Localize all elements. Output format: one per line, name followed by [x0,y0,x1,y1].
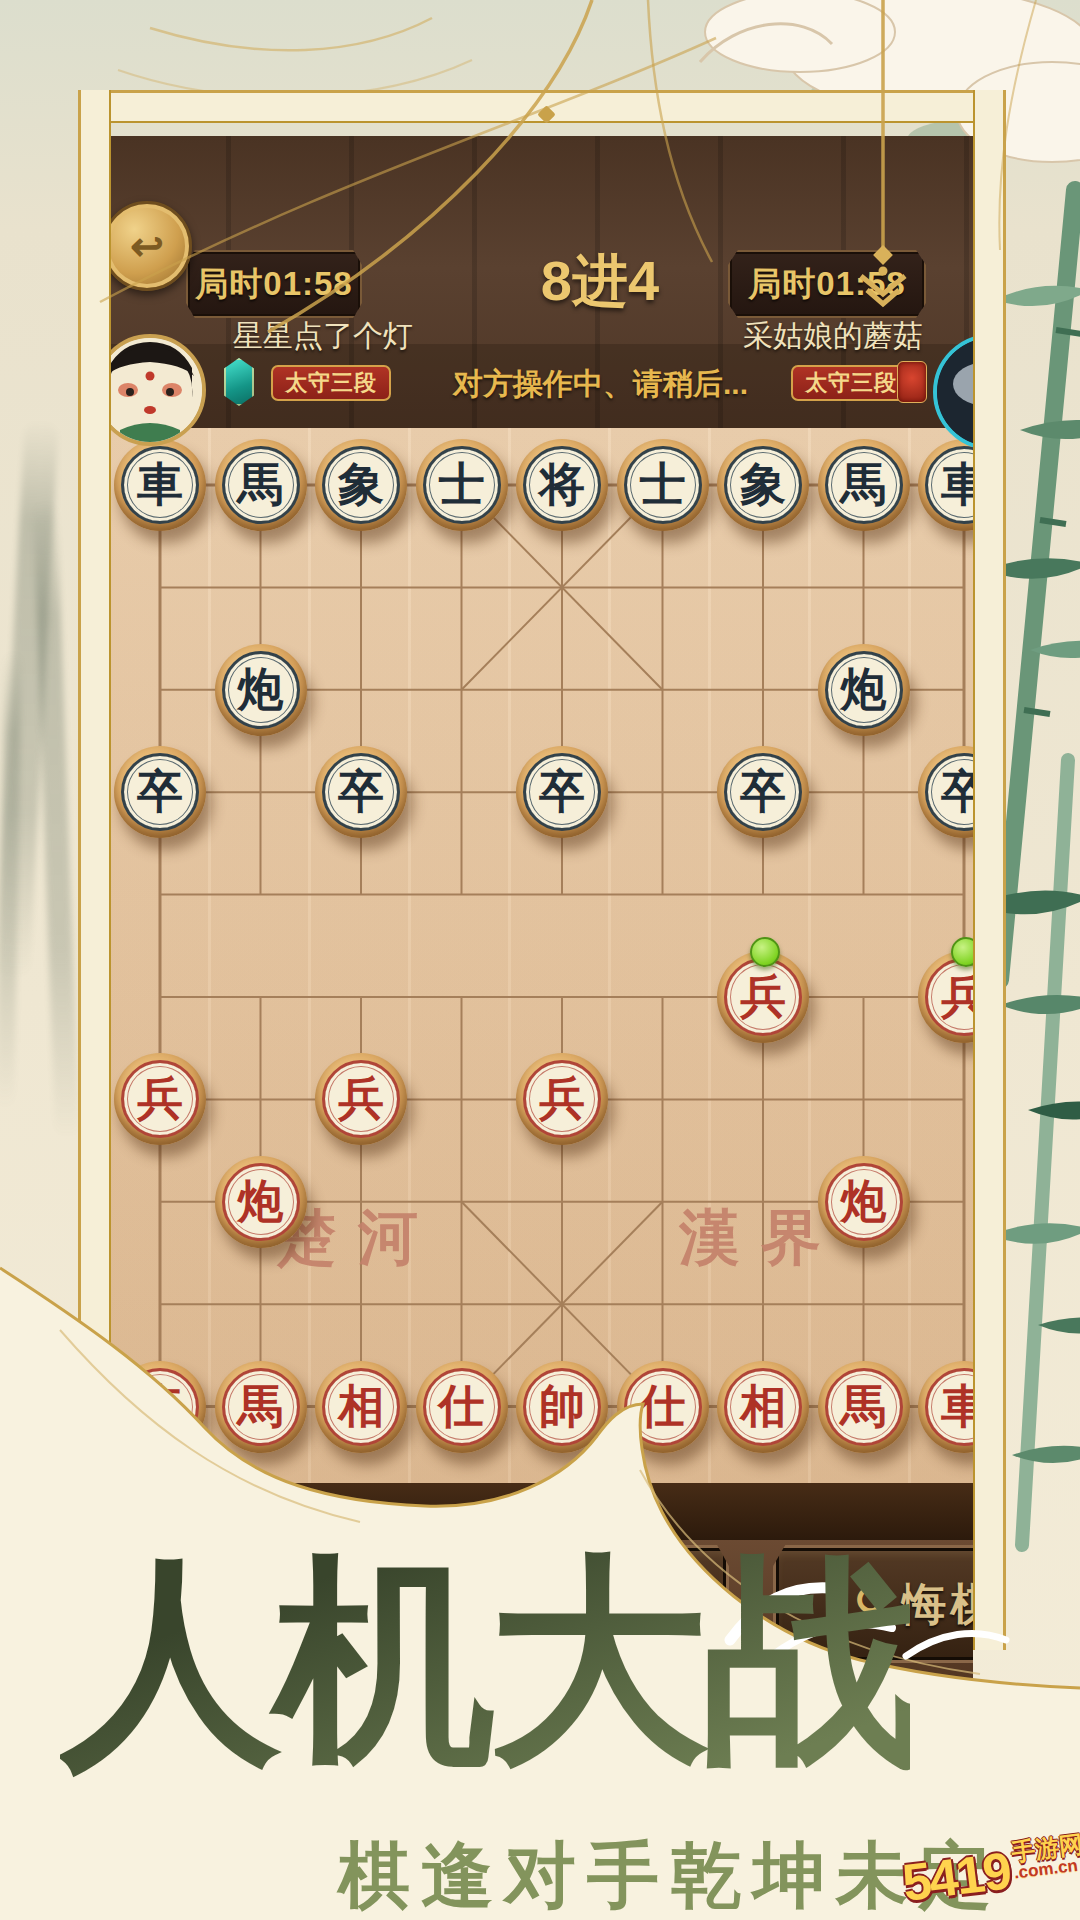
player-right-name: 采姑娘的蘑菇 [743,316,923,357]
piece-glyph: 兵 [121,1060,199,1138]
piece-glyph: 馬 [825,1368,903,1446]
piece-glyph: 車 [925,446,973,524]
piece-glyph: 相 [322,1368,400,1446]
player-left-rank-badge: 太守三段 [271,365,391,401]
piece-red-p[interactable]: 兵 [315,1053,407,1145]
piece-glyph: 仕 [423,1368,501,1446]
frame-right [973,90,1006,1650]
right-timer: 局时01:58 [748,262,905,307]
left-timer: 局时01:58 [195,262,352,307]
opera-face-avatar-image [108,338,202,442]
piece-black-n[interactable]: 馬 [215,439,307,531]
last-move-marker [750,937,780,967]
piece-black-p[interactable]: 卒 [114,746,206,838]
xiangqi-board[interactable]: 楚河 漢界 車馬象士将士象馬車炮炮卒卒卒卒卒兵兵兵兵兵炮炮車馬相仕帥仕相馬車 [108,428,973,1483]
piece-red-n[interactable]: 馬 [818,1361,910,1453]
piece-red-r[interactable]: 車 [114,1361,206,1453]
piece-glyph: 車 [121,1368,199,1446]
back-arrow-icon: ↩ [130,223,164,269]
piece-red-c[interactable]: 炮 [215,1156,307,1248]
piece-black-c[interactable]: 炮 [215,644,307,736]
piece-glyph: 馬 [222,1368,300,1446]
piece-glyph: 炮 [825,651,903,729]
piece-black-n[interactable]: 馬 [818,439,910,531]
frame-left [78,90,111,1650]
match-header: ↩ 局时01:58 8进4 局时01:58 星星点了个灯 采姑娘的蘑菇 [108,136,973,428]
piece-black-p[interactable]: 卒 [315,746,407,838]
piece-glyph: 卒 [523,753,601,831]
piece-black-p[interactable]: 卒 [717,746,809,838]
piece-red-a[interactable]: 仕 [416,1361,508,1453]
round-title: 8进4 [488,244,712,320]
banner-title: 人机大战 [60,1530,910,1796]
piece-red-c[interactable]: 炮 [818,1156,910,1248]
piece-glyph: 卒 [925,753,973,831]
piece-glyph: 象 [322,446,400,524]
piece-glyph: 将 [523,446,601,524]
piece-black-p[interactable]: 卒 [516,746,608,838]
piece-red-p[interactable]: 兵 [114,1053,206,1145]
piece-black-r[interactable]: 車 [114,439,206,531]
last-move-marker [951,937,973,967]
piece-glyph: 炮 [222,1163,300,1241]
piece-glyph: 馬 [222,446,300,524]
right-timer-plaque: 局时01:58 [728,250,926,318]
ink-wash-stroke [33,500,79,1140]
piece-red-n[interactable]: 馬 [215,1361,307,1453]
piece-glyph: 象 [724,446,802,524]
piece-black-c[interactable]: 炮 [818,644,910,736]
piece-red-p[interactable]: 兵 [516,1053,608,1145]
piece-glyph: 兵 [523,1060,601,1138]
piece-glyph: 兵 [925,958,973,1036]
frame-top [78,90,1001,123]
piece-glyph: 卒 [121,753,199,831]
piece-red-k[interactable]: 帥 [516,1361,608,1453]
piece-black-a[interactable]: 士 [416,439,508,531]
piece-black-a[interactable]: 士 [617,439,709,531]
player-left-rank: 太守三段 [285,368,377,398]
piece-black-b[interactable]: 象 [315,439,407,531]
board-grid [108,428,973,1483]
piece-glyph: 兵 [724,958,802,1036]
piece-glyph: 車 [121,446,199,524]
game-screenshot: ↩ 局时01:58 8进4 局时01:58 星星点了个灯 采姑娘的蘑菇 [108,136,973,1696]
piece-glyph: 帥 [523,1368,601,1446]
piece-glyph: 卒 [724,753,802,831]
gem-badge-icon [224,358,254,406]
piece-glyph: 炮 [825,1163,903,1241]
piece-glyph: 士 [624,446,702,524]
piece-red-a[interactable]: 仕 [617,1361,709,1453]
piece-glyph: 馬 [825,446,903,524]
status-text: 对方操作中、请稍后... [368,364,833,405]
seal-icon [897,361,927,403]
piece-glyph: 兵 [322,1060,400,1138]
piece-red-b[interactable]: 相 [717,1361,809,1453]
piece-glyph: 仕 [624,1368,702,1446]
piece-glyph: 車 [925,1368,973,1446]
player-right-rank-badge: 太守三段 [791,365,911,401]
piece-glyph: 卒 [322,753,400,831]
piece-black-k[interactable]: 将 [516,439,608,531]
player-right-rank: 太守三段 [805,368,897,398]
left-timer-plaque: 局时01:58 [186,250,362,318]
piece-glyph: 炮 [222,651,300,729]
player-left-name: 星星点了个灯 [233,316,413,357]
piece-glyph: 相 [724,1368,802,1446]
piece-red-b[interactable]: 相 [315,1361,407,1453]
piece-black-b[interactable]: 象 [717,439,809,531]
piece-glyph: 士 [423,446,501,524]
back-button[interactable]: ↩ [108,201,192,291]
